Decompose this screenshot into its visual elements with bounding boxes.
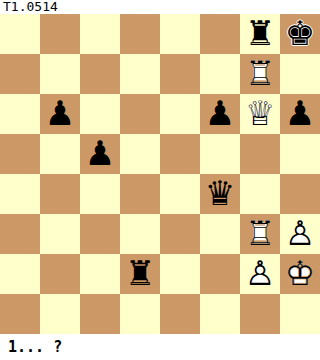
chess-puzzle-app: T1.0514 ♜♚♜♖♟♟♛♕♟♟♛♜♖♟♙♜♟♙♚♔ 1... ?	[0, 0, 320, 360]
black-pawn-glyph: ♟	[280, 94, 320, 134]
square-b7[interactable]	[40, 54, 80, 94]
square-c4[interactable]	[80, 174, 120, 214]
black-king-glyph: ♚	[280, 14, 320, 54]
square-h1[interactable]	[280, 294, 320, 334]
black-pawn-piece: ♟	[280, 94, 320, 134]
square-d5[interactable]	[120, 134, 160, 174]
square-a7[interactable]	[0, 54, 40, 94]
square-g3[interactable]: ♜♖	[240, 214, 280, 254]
square-a3[interactable]	[0, 214, 40, 254]
square-d6[interactable]	[120, 94, 160, 134]
square-h4[interactable]	[280, 174, 320, 214]
square-a2[interactable]	[0, 254, 40, 294]
white-pawn-outline: ♙	[240, 254, 280, 294]
square-b4[interactable]	[40, 174, 80, 214]
black-king-piece: ♚	[280, 14, 320, 54]
white-rook-piece: ♜♖	[240, 54, 280, 94]
square-g5[interactable]	[240, 134, 280, 174]
black-rook-piece: ♜	[120, 254, 160, 294]
square-h7[interactable]	[280, 54, 320, 94]
square-e1[interactable]	[160, 294, 200, 334]
square-a6[interactable]	[0, 94, 40, 134]
square-a4[interactable]	[0, 174, 40, 214]
square-d7[interactable]	[120, 54, 160, 94]
square-c1[interactable]	[80, 294, 120, 334]
square-e3[interactable]	[160, 214, 200, 254]
black-rook-piece: ♜	[240, 14, 280, 54]
square-g2[interactable]: ♟♙	[240, 254, 280, 294]
square-f8[interactable]	[200, 14, 240, 54]
black-pawn-piece: ♟	[80, 134, 120, 174]
square-c5[interactable]: ♟	[80, 134, 120, 174]
square-h3[interactable]: ♟♙	[280, 214, 320, 254]
square-e5[interactable]	[160, 134, 200, 174]
black-pawn-piece: ♟	[200, 94, 240, 134]
square-d3[interactable]	[120, 214, 160, 254]
square-e4[interactable]	[160, 174, 200, 214]
puzzle-id-title: T1.0514	[0, 0, 320, 14]
square-d1[interactable]	[120, 294, 160, 334]
square-a1[interactable]	[0, 294, 40, 334]
square-d8[interactable]	[120, 14, 160, 54]
square-g7[interactable]: ♜♖	[240, 54, 280, 94]
black-rook-glyph: ♜	[120, 254, 160, 294]
square-b3[interactable]	[40, 214, 80, 254]
square-b8[interactable]	[40, 14, 80, 54]
square-d4[interactable]	[120, 174, 160, 214]
black-pawn-glyph: ♟	[40, 94, 80, 134]
move-prompt: 1... ?	[0, 334, 320, 356]
square-h6[interactable]: ♟	[280, 94, 320, 134]
square-e8[interactable]	[160, 14, 200, 54]
square-c8[interactable]	[80, 14, 120, 54]
square-c7[interactable]	[80, 54, 120, 94]
square-g1[interactable]	[240, 294, 280, 334]
white-rook-outline: ♖	[240, 214, 280, 254]
square-a5[interactable]	[0, 134, 40, 174]
black-rook-glyph: ♜	[240, 14, 280, 54]
white-rook-piece: ♜♖	[240, 214, 280, 254]
square-f1[interactable]	[200, 294, 240, 334]
square-e2[interactable]	[160, 254, 200, 294]
square-b5[interactable]	[40, 134, 80, 174]
square-c6[interactable]	[80, 94, 120, 134]
square-h8[interactable]: ♚	[280, 14, 320, 54]
black-queen-glyph: ♛	[200, 174, 240, 214]
square-b6[interactable]: ♟	[40, 94, 80, 134]
white-pawn-outline: ♙	[280, 214, 320, 254]
black-queen-piece: ♛	[200, 174, 240, 214]
square-f6[interactable]: ♟	[200, 94, 240, 134]
white-king-outline: ♔	[280, 254, 320, 294]
square-h2[interactable]: ♚♔	[280, 254, 320, 294]
square-c3[interactable]	[80, 214, 120, 254]
square-g4[interactable]	[240, 174, 280, 214]
square-h5[interactable]	[280, 134, 320, 174]
white-queen-piece: ♛♕	[240, 94, 280, 134]
square-e7[interactable]	[160, 54, 200, 94]
square-e6[interactable]	[160, 94, 200, 134]
white-rook-outline: ♖	[240, 54, 280, 94]
square-f4[interactable]: ♛	[200, 174, 240, 214]
square-b2[interactable]	[40, 254, 80, 294]
square-f2[interactable]	[200, 254, 240, 294]
black-pawn-glyph: ♟	[80, 134, 120, 174]
square-g6[interactable]: ♛♕	[240, 94, 280, 134]
white-pawn-piece: ♟♙	[280, 214, 320, 254]
white-king-piece: ♚♔	[280, 254, 320, 294]
square-g8[interactable]: ♜	[240, 14, 280, 54]
chess-board: ♜♚♜♖♟♟♛♕♟♟♛♜♖♟♙♜♟♙♚♔	[0, 14, 320, 334]
black-pawn-glyph: ♟	[200, 94, 240, 134]
square-f7[interactable]	[200, 54, 240, 94]
square-b1[interactable]	[40, 294, 80, 334]
square-f5[interactable]	[200, 134, 240, 174]
square-c2[interactable]	[80, 254, 120, 294]
square-f3[interactable]	[200, 214, 240, 254]
square-d2[interactable]: ♜	[120, 254, 160, 294]
black-pawn-piece: ♟	[40, 94, 80, 134]
square-a8[interactable]	[0, 14, 40, 54]
white-queen-outline: ♕	[240, 94, 280, 134]
white-pawn-piece: ♟♙	[240, 254, 280, 294]
